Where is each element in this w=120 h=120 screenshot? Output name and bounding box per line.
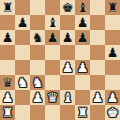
square-a6[interactable]: ♟ bbox=[0, 30, 15, 45]
square-h3[interactable] bbox=[105, 75, 120, 90]
piece-white-rook: ♜ bbox=[2, 105, 14, 120]
piece-white-bishop: ♝ bbox=[62, 90, 74, 105]
piece-black-pawn: ♟ bbox=[77, 15, 89, 30]
square-h5[interactable]: ♟ bbox=[105, 45, 120, 60]
square-c5[interactable] bbox=[30, 45, 45, 60]
piece-black-queen: ♛ bbox=[2, 75, 14, 90]
square-b8[interactable] bbox=[15, 0, 30, 15]
square-f3[interactable] bbox=[75, 75, 90, 90]
square-e6[interactable]: ♟ bbox=[60, 30, 75, 45]
square-d7[interactable]: ♝ bbox=[45, 15, 60, 30]
piece-black-bishop: ♝ bbox=[77, 0, 89, 15]
piece-black-bishop: ♝ bbox=[47, 15, 59, 30]
square-e3[interactable] bbox=[60, 75, 75, 90]
square-e4[interactable]: ♟ bbox=[60, 60, 75, 75]
square-f8[interactable]: ♝ bbox=[75, 0, 90, 15]
square-f5[interactable] bbox=[75, 45, 90, 60]
square-b6[interactable] bbox=[15, 30, 30, 45]
piece-black-king: ♚ bbox=[62, 0, 74, 15]
square-c4[interactable] bbox=[30, 60, 45, 75]
piece-white-pawn: ♟ bbox=[2, 90, 14, 105]
square-f1[interactable]: ♜ bbox=[75, 105, 90, 120]
square-g6[interactable] bbox=[90, 30, 105, 45]
piece-white-queen: ♛ bbox=[47, 90, 59, 105]
piece-white-knight: ♞ bbox=[32, 75, 44, 90]
piece-white-pawn: ♟ bbox=[62, 60, 74, 75]
square-g4[interactable] bbox=[90, 60, 105, 75]
square-e2[interactable]: ♝ bbox=[60, 90, 75, 105]
square-c1[interactable] bbox=[30, 105, 45, 120]
piece-black-rook: ♜ bbox=[107, 0, 119, 15]
piece-black-rook: ♜ bbox=[2, 0, 14, 15]
square-h4[interactable] bbox=[105, 60, 120, 75]
square-g5[interactable] bbox=[90, 45, 105, 60]
square-d6[interactable]: ♟ bbox=[45, 30, 60, 45]
square-g3[interactable] bbox=[90, 75, 105, 90]
piece-black-pawn: ♟ bbox=[77, 30, 89, 45]
square-e7[interactable] bbox=[60, 15, 75, 30]
square-b3[interactable]: ♞ bbox=[15, 75, 30, 90]
square-a4[interactable] bbox=[0, 60, 15, 75]
square-h1[interactable]: ♚ bbox=[105, 105, 120, 120]
piece-white-pawn: ♟ bbox=[92, 90, 104, 105]
square-b4[interactable] bbox=[15, 60, 30, 75]
square-h8[interactable]: ♜ bbox=[105, 0, 120, 15]
square-c8[interactable] bbox=[30, 0, 45, 15]
square-e1[interactable] bbox=[60, 105, 75, 120]
square-b5[interactable] bbox=[15, 45, 30, 60]
piece-white-rook: ♜ bbox=[77, 105, 89, 120]
square-a7[interactable] bbox=[0, 15, 15, 30]
square-a8[interactable]: ♜ bbox=[0, 0, 15, 15]
square-a5[interactable] bbox=[0, 45, 15, 60]
square-d1[interactable] bbox=[45, 105, 60, 120]
square-g1[interactable] bbox=[90, 105, 105, 120]
square-e8[interactable]: ♚ bbox=[60, 0, 75, 15]
piece-black-knight: ♞ bbox=[32, 30, 44, 45]
square-b1[interactable] bbox=[15, 105, 30, 120]
square-e5[interactable] bbox=[60, 45, 75, 60]
square-h7[interactable] bbox=[105, 15, 120, 30]
square-a3[interactable]: ♛ bbox=[0, 75, 15, 90]
piece-white-pawn: ♟ bbox=[107, 90, 119, 105]
piece-white-pawn: ♟ bbox=[77, 60, 89, 75]
square-h2[interactable]: ♟ bbox=[105, 90, 120, 105]
square-a2[interactable]: ♟ bbox=[0, 90, 15, 105]
square-c2[interactable]: ♟ bbox=[30, 90, 45, 105]
square-g7[interactable] bbox=[90, 15, 105, 30]
piece-black-pawn: ♟ bbox=[2, 30, 14, 45]
square-a1[interactable]: ♜ bbox=[0, 105, 15, 120]
square-d8[interactable] bbox=[45, 0, 60, 15]
square-h6[interactable] bbox=[105, 30, 120, 45]
square-g8[interactable] bbox=[90, 0, 105, 15]
square-f2[interactable] bbox=[75, 90, 90, 105]
piece-black-pawn: ♟ bbox=[62, 30, 74, 45]
piece-black-pawn: ♟ bbox=[107, 45, 119, 60]
piece-white-knight: ♞ bbox=[17, 75, 29, 90]
square-f7[interactable]: ♟ bbox=[75, 15, 90, 30]
square-d2[interactable]: ♛ bbox=[45, 90, 60, 105]
square-g2[interactable]: ♟ bbox=[90, 90, 105, 105]
piece-white-pawn: ♟ bbox=[32, 90, 44, 105]
chess-board: ♜♚♝♜♟♝♟♟♞♟♟♟♟♟♟♛♞♞♟♟♛♝♟♟♜♜♚ bbox=[0, 0, 120, 120]
square-c7[interactable] bbox=[30, 15, 45, 30]
square-b7[interactable]: ♟ bbox=[15, 15, 30, 30]
square-c3[interactable]: ♞ bbox=[30, 75, 45, 90]
square-d4[interactable] bbox=[45, 60, 60, 75]
piece-white-king: ♚ bbox=[107, 105, 119, 120]
square-b2[interactable] bbox=[15, 90, 30, 105]
piece-black-pawn: ♟ bbox=[17, 15, 29, 30]
square-f6[interactable]: ♟ bbox=[75, 30, 90, 45]
square-d5[interactable] bbox=[45, 45, 60, 60]
square-f4[interactable]: ♟ bbox=[75, 60, 90, 75]
square-c6[interactable]: ♞ bbox=[30, 30, 45, 45]
square-d3[interactable] bbox=[45, 75, 60, 90]
piece-black-pawn: ♟ bbox=[47, 30, 59, 45]
